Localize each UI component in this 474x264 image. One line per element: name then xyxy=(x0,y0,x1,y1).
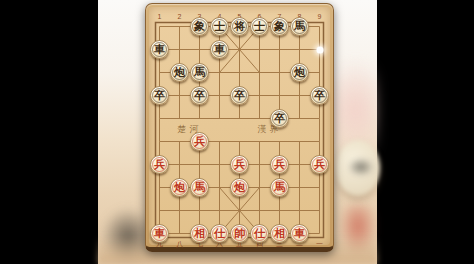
piece-red-general[interactable]: 帥 xyxy=(230,224,249,243)
piece-red-advisor[interactable]: 仕 xyxy=(210,224,229,243)
piece-red-horse[interactable]: 馬 xyxy=(190,178,209,197)
piece-black-elephant[interactable]: 象 xyxy=(190,17,209,36)
piece-black-soldier[interactable]: 卒 xyxy=(150,86,169,105)
piece-red-cannon[interactable]: 炮 xyxy=(230,178,249,197)
backdrop-red-glyph-blur xyxy=(338,205,378,257)
piece-black-general[interactable]: 将 xyxy=(230,17,249,36)
piece-black-chariot[interactable]: 車 xyxy=(150,40,169,59)
piece-red-soldier[interactable]: 兵 xyxy=(230,155,249,174)
piece-black-cannon[interactable]: 炮 xyxy=(290,63,309,82)
piece-red-horse[interactable]: 馬 xyxy=(270,178,289,197)
pieces-layer: 象士将士象馬車車炮馬炮卒卒卒卒卒兵兵兵兵兵炮馬炮馬車相仕帥仕相車 xyxy=(150,15,330,245)
xiangqi-board: 123456789 九八七六五四三二一 楚河 漢界 象士将士象馬車車炮馬炮卒卒卒… xyxy=(145,3,334,252)
piece-black-horse[interactable]: 馬 xyxy=(190,63,209,82)
piece-black-soldier[interactable]: 卒 xyxy=(310,86,329,105)
piece-black-soldier[interactable]: 卒 xyxy=(190,86,209,105)
backdrop-blurred-piece xyxy=(336,140,380,196)
piece-black-soldier[interactable]: 卒 xyxy=(230,86,249,105)
piece-black-advisor[interactable]: 士 xyxy=(210,17,229,36)
piece-red-elephant[interactable]: 相 xyxy=(190,224,209,243)
piece-red-advisor[interactable]: 仕 xyxy=(250,224,269,243)
piece-black-horse[interactable]: 馬 xyxy=(290,17,309,36)
piece-black-chariot[interactable]: 車 xyxy=(210,40,229,59)
piece-red-chariot[interactable]: 車 xyxy=(150,224,169,243)
piece-black-advisor[interactable]: 士 xyxy=(250,17,269,36)
piece-black-soldier[interactable]: 卒 xyxy=(270,109,289,128)
backdrop-blurred-piece-engraving xyxy=(348,158,374,176)
piece-black-elephant[interactable]: 象 xyxy=(270,17,289,36)
piece-red-soldier[interactable]: 兵 xyxy=(190,132,209,151)
piece-red-soldier[interactable]: 兵 xyxy=(150,155,169,174)
last-move-origin-dot xyxy=(316,46,323,53)
piece-red-elephant[interactable]: 相 xyxy=(270,224,289,243)
piece-red-chariot[interactable]: 車 xyxy=(290,224,309,243)
piece-red-soldier[interactable]: 兵 xyxy=(270,155,289,174)
piece-black-cannon[interactable]: 炮 xyxy=(170,63,189,82)
piece-red-cannon[interactable]: 炮 xyxy=(170,178,189,197)
piece-red-soldier[interactable]: 兵 xyxy=(310,155,329,174)
